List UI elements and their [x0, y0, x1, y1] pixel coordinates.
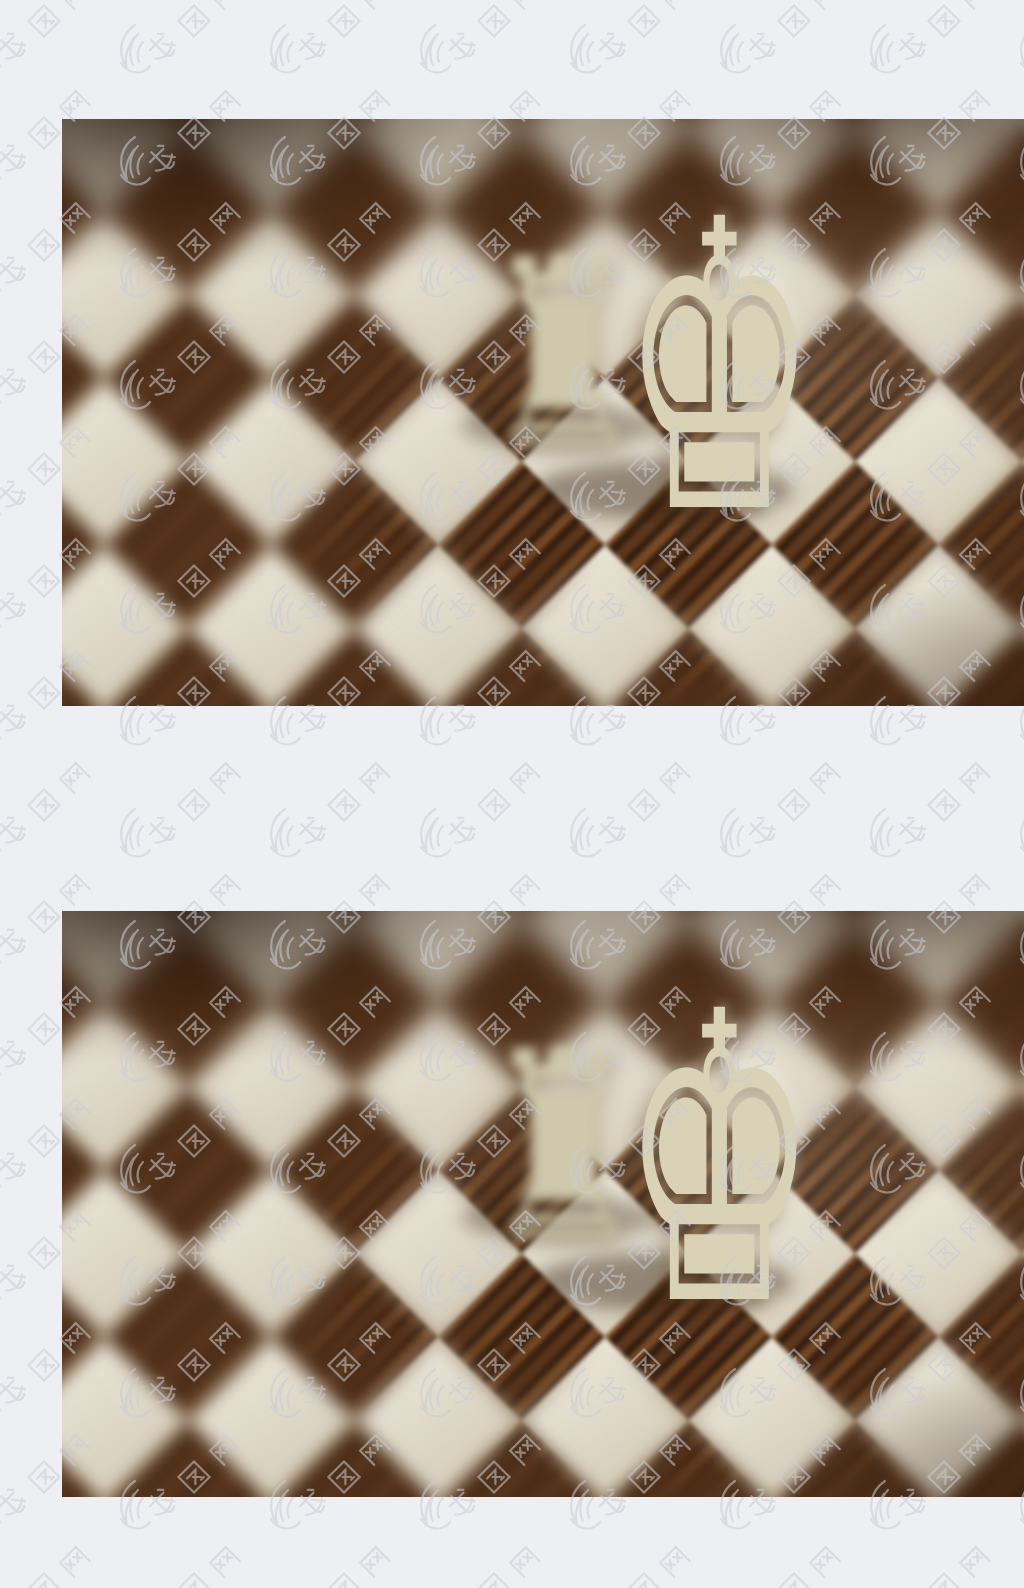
watermark-mark [0, 759, 105, 871]
watermark-mark [255, 759, 405, 871]
watermark-mark [705, 0, 855, 87]
watermark-mark [1005, 0, 1024, 87]
chessboard-photo-top: ♜ ♚ [62, 119, 1024, 706]
watermark-mark [855, 0, 1005, 87]
watermark-mark [105, 0, 255, 87]
watermark-mark [855, 759, 1005, 871]
watermark-mark [0, 0, 105, 87]
watermark-mark [855, 1543, 1005, 1588]
watermark-mark [405, 0, 555, 87]
watermark-mark [555, 0, 705, 87]
white-king-glyph: ♚ [621, 169, 818, 569]
watermark-mark [555, 759, 705, 871]
watermark-mark [0, 1543, 105, 1588]
white-king-piece: ♚ [540, 169, 860, 569]
watermark-mark [105, 1543, 255, 1588]
watermark-mark [705, 759, 855, 871]
watermark-mark [405, 759, 555, 871]
stock-photo-preview-page: { "page": { "background_color": "#edeff2… [0, 0, 1024, 1588]
watermark-mark [255, 1543, 405, 1588]
white-king-piece: ♚ [540, 961, 860, 1361]
white-king-glyph: ♚ [621, 961, 818, 1361]
watermark-mark [1005, 759, 1024, 871]
chessboard-photo-bottom: ♜ ♚ [62, 911, 1024, 1497]
watermark-mark [405, 1543, 555, 1588]
watermark-mark [555, 1543, 705, 1588]
watermark-mark [105, 759, 255, 871]
watermark-mark [255, 0, 405, 87]
watermark-mark [705, 1543, 855, 1588]
watermark-mark [1005, 1543, 1024, 1588]
